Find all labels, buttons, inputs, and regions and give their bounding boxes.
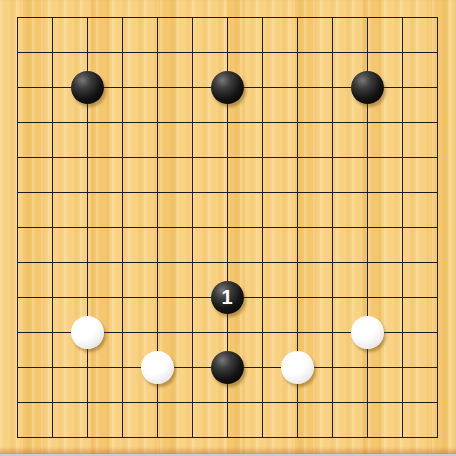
grid-line-horizontal	[17, 402, 438, 403]
grid-line-horizontal	[17, 227, 438, 228]
white-stone	[71, 316, 104, 349]
white-stone	[351, 316, 384, 349]
black-stone	[71, 71, 104, 104]
white-stone	[141, 351, 174, 384]
grid-line-horizontal	[17, 262, 438, 263]
go-board[interactable]: 1	[0, 0, 456, 456]
black-stone: 1	[211, 281, 244, 314]
black-stone	[211, 351, 244, 384]
black-stone	[211, 71, 244, 104]
white-stone	[281, 351, 314, 384]
black-stone	[351, 71, 384, 104]
grid-line-vertical	[332, 17, 333, 438]
grid-line-vertical	[262, 17, 263, 438]
grid-line-vertical	[437, 17, 438, 438]
grid-line-vertical	[402, 17, 403, 438]
move-number-label: 1	[221, 287, 232, 307]
board-bottom-bevel	[0, 447, 456, 454]
grid-line-horizontal	[17, 437, 438, 438]
